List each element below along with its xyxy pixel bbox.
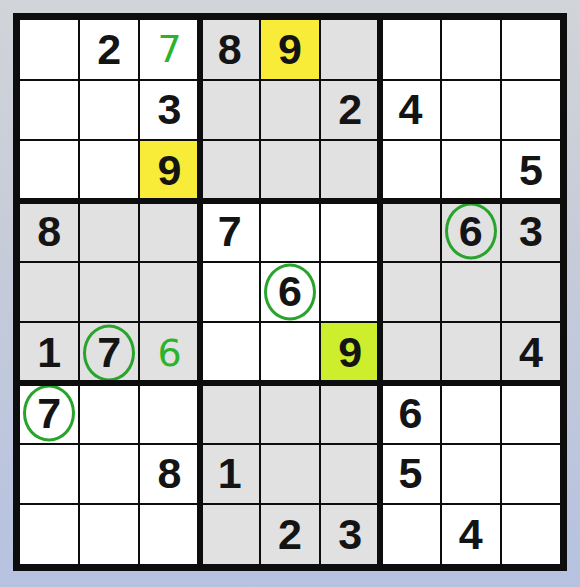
cell-r5c1[interactable] [20, 263, 78, 322]
given-digit: 2 [97, 28, 121, 71]
cell-r5c2[interactable] [80, 263, 138, 322]
cell-r1c7[interactable] [381, 20, 439, 79]
given-digit: 7 [218, 210, 242, 253]
cell-r7c5[interactable] [261, 384, 319, 443]
pencil-digit: 6 [157, 334, 181, 372]
cell-r8c7[interactable]: 5 [381, 445, 439, 504]
cell-r8c2[interactable] [80, 445, 138, 504]
cell-r4c8[interactable]: 6 [442, 202, 500, 261]
cell-r6c7[interactable] [381, 323, 439, 382]
cell-r2c7[interactable]: 4 [381, 81, 439, 140]
given-digit: 4 [398, 88, 422, 131]
given-digit: 5 [519, 149, 543, 192]
given-digit: 2 [278, 513, 302, 556]
cell-r2c2[interactable] [80, 81, 138, 140]
pencil-digit: 7 [157, 30, 181, 68]
cell-r5c6[interactable] [321, 263, 379, 322]
given-digit: 6 [398, 392, 422, 435]
cell-r6c3[interactable]: 6 [140, 323, 198, 382]
given-digit: 2 [338, 88, 362, 131]
cell-r7c2[interactable] [80, 384, 138, 443]
cell-r4c9[interactable]: 3 [502, 202, 560, 261]
cell-r8c8[interactable] [442, 445, 500, 504]
cell-r6c2[interactable]: 7 [80, 323, 138, 382]
cell-r1c1[interactable] [20, 20, 78, 79]
cell-r4c4[interactable]: 7 [201, 202, 259, 261]
cell-r9c7[interactable] [381, 505, 439, 564]
cell-r8c6[interactable] [321, 445, 379, 504]
cell-r2c4[interactable] [201, 81, 259, 140]
cell-r8c4[interactable]: 1 [201, 445, 259, 504]
given-digit: 3 [519, 210, 543, 253]
cell-r3c1[interactable] [20, 141, 78, 200]
cell-r2c8[interactable] [442, 81, 500, 140]
given-digit: 4 [519, 331, 543, 374]
cell-r2c5[interactable] [261, 81, 319, 140]
cell-r2c9[interactable] [502, 81, 560, 140]
cell-r7c1[interactable]: 7 [20, 384, 78, 443]
cell-r5c3[interactable] [140, 263, 198, 322]
cell-r9c2[interactable] [80, 505, 138, 564]
cell-r3c5[interactable] [261, 141, 319, 200]
cell-r8c1[interactable] [20, 445, 78, 504]
cell-r8c5[interactable] [261, 445, 319, 504]
cell-r6c4[interactable] [201, 323, 259, 382]
cell-r1c9[interactable] [502, 20, 560, 79]
given-digit: 9 [158, 149, 182, 192]
cell-r5c7[interactable] [381, 263, 439, 322]
cell-r4c5[interactable] [261, 202, 319, 261]
cell-r7c7[interactable]: 6 [381, 384, 439, 443]
cell-r1c4[interactable]: 8 [201, 20, 259, 79]
cell-r7c6[interactable] [321, 384, 379, 443]
cell-r7c4[interactable] [201, 384, 259, 443]
cell-r2c3[interactable]: 3 [140, 81, 198, 140]
cell-r3c9[interactable]: 5 [502, 141, 560, 200]
given-digit: 8 [37, 210, 61, 253]
cell-r6c6[interactable]: 9 [321, 323, 379, 382]
cell-r6c9[interactable]: 4 [502, 323, 560, 382]
cell-r9c8[interactable]: 4 [442, 505, 500, 564]
cell-r4c6[interactable] [321, 202, 379, 261]
cell-r6c8[interactable] [442, 323, 500, 382]
cell-r5c9[interactable] [502, 263, 560, 322]
given-digit: 1 [37, 331, 61, 374]
given-digit: 3 [338, 513, 362, 556]
cell-r4c1[interactable]: 8 [20, 202, 78, 261]
cell-r5c5[interactable]: 6 [261, 263, 319, 322]
cell-r3c8[interactable] [442, 141, 500, 200]
cell-r9c6[interactable]: 3 [321, 505, 379, 564]
cell-r7c9[interactable] [502, 384, 560, 443]
cell-r9c9[interactable] [502, 505, 560, 564]
cell-r3c7[interactable] [381, 141, 439, 200]
cell-r3c3[interactable]: 9 [140, 141, 198, 200]
cell-r1c2[interactable]: 2 [80, 20, 138, 79]
cell-r3c2[interactable] [80, 141, 138, 200]
cell-r4c7[interactable] [381, 202, 439, 261]
given-digit: 6 [278, 270, 302, 313]
given-digit: 9 [338, 331, 362, 374]
cell-r5c8[interactable] [442, 263, 500, 322]
cell-r9c3[interactable] [140, 505, 198, 564]
given-digit: 3 [158, 88, 182, 131]
cell-r6c5[interactable] [261, 323, 319, 382]
cell-r8c9[interactable] [502, 445, 560, 504]
cell-r2c6[interactable]: 2 [321, 81, 379, 140]
cell-r4c2[interactable] [80, 202, 138, 261]
cell-r4c3[interactable] [140, 202, 198, 261]
cell-r5c4[interactable] [201, 263, 259, 322]
given-digit: 7 [97, 331, 121, 374]
cell-r6c1[interactable]: 1 [20, 323, 78, 382]
cell-r3c4[interactable] [201, 141, 259, 200]
cell-r7c3[interactable] [140, 384, 198, 443]
cell-r9c5[interactable]: 2 [261, 505, 319, 564]
cell-r9c4[interactable] [201, 505, 259, 564]
cell-r8c3[interactable]: 8 [140, 445, 198, 504]
cell-r9c1[interactable] [20, 505, 78, 564]
cell-r1c5[interactable]: 9 [261, 20, 319, 79]
given-digit: 8 [158, 452, 182, 495]
cell-r1c8[interactable] [442, 20, 500, 79]
given-digit: 8 [218, 28, 242, 71]
cell-r7c8[interactable] [442, 384, 500, 443]
given-digit: 6 [459, 210, 483, 253]
given-digit: 4 [459, 513, 483, 556]
cell-r2c1[interactable] [20, 81, 78, 140]
given-digit: 5 [398, 452, 422, 495]
cell-r1c6[interactable] [321, 20, 379, 79]
sudoku-board: 278932495876361769476815234 [13, 13, 567, 571]
given-digit: 1 [218, 452, 242, 495]
cell-r1c3[interactable]: 7 [140, 20, 198, 79]
given-digit: 9 [278, 28, 302, 71]
given-digit: 7 [37, 392, 61, 435]
cell-r3c6[interactable] [321, 141, 379, 200]
